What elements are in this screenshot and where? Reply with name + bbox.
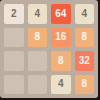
empty-cell: [28, 75, 48, 95]
board-2048[interactable]: 24644816883248: [0, 0, 98, 98]
empty-cell: [4, 51, 24, 71]
tile-16: 16: [51, 28, 71, 48]
empty-cell: [28, 51, 48, 71]
tile-8: 8: [28, 28, 48, 48]
tile-8: 8: [75, 28, 95, 48]
tile-2: 2: [4, 4, 24, 24]
tile-64: 64: [51, 4, 71, 24]
empty-cell: [4, 28, 24, 48]
empty-cell: [4, 75, 24, 95]
page-background: 24644816883248: [0, 0, 100, 100]
tile-8: 8: [51, 51, 71, 71]
tile-32: 32: [75, 51, 95, 71]
tile-8: 8: [75, 75, 95, 95]
tile-4: 4: [75, 4, 95, 24]
tile-4: 4: [51, 75, 71, 95]
tile-4: 4: [28, 4, 48, 24]
